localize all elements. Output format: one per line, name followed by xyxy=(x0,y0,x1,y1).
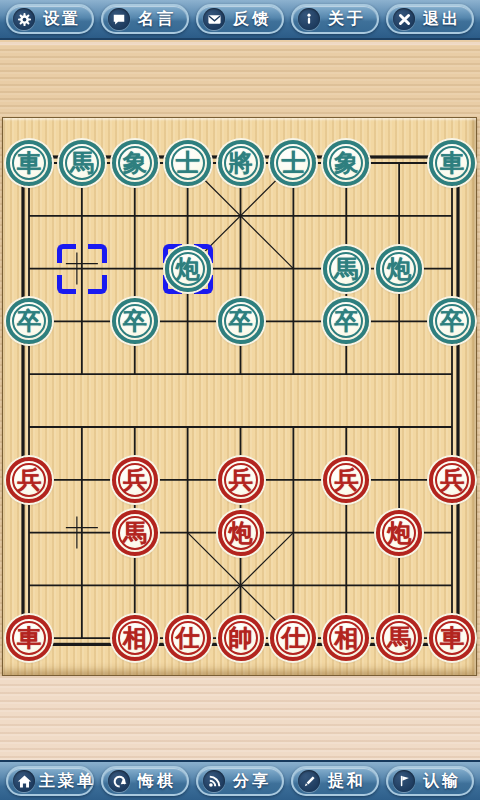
piece-face: 炮 xyxy=(382,252,416,286)
piece-glyph: 炮 xyxy=(387,257,411,281)
piece-glyph: 士 xyxy=(176,151,200,175)
piece-face: 卒 xyxy=(12,304,46,338)
last-move-marker xyxy=(57,244,107,294)
topbar-button-about[interactable]: 关于 xyxy=(291,4,379,34)
piece-glyph: 士 xyxy=(281,151,305,175)
piece-glyph: 兵 xyxy=(440,468,464,492)
topbar-button-quotes[interactable]: 名言 xyxy=(101,4,189,34)
piece-face: 士 xyxy=(171,146,205,180)
piece-red-soldier[interactable]: 兵 xyxy=(218,457,264,503)
piece-glyph: 卒 xyxy=(440,309,464,333)
gear-icon xyxy=(13,8,35,30)
piece-glyph: 車 xyxy=(17,151,41,175)
bottombar-button-label: 提和 xyxy=(328,771,366,792)
piece-glyph: 馬 xyxy=(334,257,358,281)
piece-face: 馬 xyxy=(329,252,363,286)
piece-face: 仕 xyxy=(276,621,310,655)
topbar-button-feedback[interactable]: 反馈 xyxy=(196,4,284,34)
piece-face: 將 xyxy=(224,146,258,180)
piece-face: 卒 xyxy=(118,304,152,338)
piece-black-advisor[interactable]: 士 xyxy=(165,140,211,186)
piece-glyph: 仕 xyxy=(176,626,200,650)
piece-face: 兵 xyxy=(118,463,152,497)
piece-face: 象 xyxy=(329,146,363,180)
piece-black-chariot[interactable]: 車 xyxy=(6,140,52,186)
piece-glyph: 車 xyxy=(17,626,41,650)
bottombar-button-share[interactable]: 分享 xyxy=(196,766,284,796)
piece-red-advisor[interactable]: 仕 xyxy=(165,615,211,661)
piece-red-soldier[interactable]: 兵 xyxy=(112,457,158,503)
piece-face: 車 xyxy=(12,146,46,180)
topbar-button-exit[interactable]: 退出 xyxy=(386,4,474,34)
piece-glyph: 仕 xyxy=(281,626,305,650)
bottombar-button-label: 分享 xyxy=(233,771,271,792)
topbar-button-label: 设置 xyxy=(43,9,81,30)
piece-black-elephant[interactable]: 象 xyxy=(112,140,158,186)
share-rss-icon xyxy=(203,770,225,792)
piece-face: 兵 xyxy=(12,463,46,497)
piece-face: 仕 xyxy=(171,621,205,655)
piece-black-horse[interactable]: 馬 xyxy=(59,140,105,186)
piece-face: 士 xyxy=(276,146,310,180)
piece-glyph: 象 xyxy=(334,151,358,175)
piece-glyph: 帥 xyxy=(229,626,253,650)
piece-red-general[interactable]: 帥 xyxy=(218,615,264,661)
piece-glyph: 馬 xyxy=(123,521,147,545)
topbar-button-label: 关于 xyxy=(328,9,366,30)
pencil-icon xyxy=(298,770,320,792)
piece-glyph: 兵 xyxy=(123,468,147,492)
piece-red-elephant[interactable]: 相 xyxy=(112,615,158,661)
piece-face: 炮 xyxy=(171,252,205,286)
piece-red-soldier[interactable]: 兵 xyxy=(323,457,369,503)
flag-icon xyxy=(393,770,415,792)
piece-glyph: 兵 xyxy=(17,468,41,492)
piece-red-chariot[interactable]: 車 xyxy=(429,615,475,661)
piece-red-soldier[interactable]: 兵 xyxy=(429,457,475,503)
bottombar-button-main-menu[interactable]: 主菜单 xyxy=(6,766,94,796)
piece-face: 兵 xyxy=(224,463,258,497)
piece-face: 車 xyxy=(12,621,46,655)
bottombar-button-undo-move[interactable]: 悔棋 xyxy=(101,766,189,796)
piece-glyph: 炮 xyxy=(176,257,200,281)
topbar-button-label: 反馈 xyxy=(233,9,271,30)
piece-red-chariot[interactable]: 車 xyxy=(6,615,52,661)
piece-glyph: 車 xyxy=(440,626,464,650)
piece-glyph: 卒 xyxy=(334,309,358,333)
piece-face: 車 xyxy=(435,146,469,180)
piece-face: 卒 xyxy=(435,304,469,338)
piece-black-cannon[interactable]: 炮 xyxy=(376,246,422,292)
close-icon xyxy=(393,8,415,30)
piece-red-cannon[interactable]: 炮 xyxy=(376,510,422,556)
piece-glyph: 炮 xyxy=(229,521,253,545)
piece-glyph: 卒 xyxy=(229,309,253,333)
piece-face: 象 xyxy=(118,146,152,180)
bottombar-button-label: 认输 xyxy=(423,771,461,792)
piece-face: 車 xyxy=(435,621,469,655)
piece-black-soldier[interactable]: 卒 xyxy=(112,298,158,344)
piece-glyph: 卒 xyxy=(123,309,147,333)
piece-black-horse[interactable]: 馬 xyxy=(323,246,369,292)
undo-icon xyxy=(108,770,130,792)
piece-face: 相 xyxy=(118,621,152,655)
piece-face: 炮 xyxy=(224,516,258,550)
piece-glyph: 將 xyxy=(229,151,253,175)
home-icon xyxy=(13,770,35,792)
bottom-toolbar: 主菜单悔棋分享提和认输 xyxy=(0,760,480,800)
piece-face: 馬 xyxy=(118,516,152,550)
lower-wood-background xyxy=(0,676,480,760)
piece-glyph: 車 xyxy=(440,151,464,175)
bottombar-button-label: 主菜单 xyxy=(39,771,96,792)
top-toolbar: 设置名言反馈关于退出 xyxy=(0,0,480,40)
piece-red-cannon[interactable]: 炮 xyxy=(218,510,264,556)
piece-black-general[interactable]: 將 xyxy=(218,140,264,186)
piece-glyph: 馬 xyxy=(387,626,411,650)
info-icon xyxy=(298,8,320,30)
topbar-button-label: 名言 xyxy=(138,9,176,30)
piece-face: 卒 xyxy=(329,304,363,338)
piece-black-chariot[interactable]: 車 xyxy=(429,140,475,186)
piece-face: 兵 xyxy=(329,463,363,497)
piece-red-soldier[interactable]: 兵 xyxy=(6,457,52,503)
piece-face: 相 xyxy=(329,621,363,655)
piece-face: 卒 xyxy=(224,304,258,338)
piece-black-soldier[interactable]: 卒 xyxy=(218,298,264,344)
toolbar-shadow-strip xyxy=(0,42,480,45)
piece-glyph: 相 xyxy=(334,626,358,650)
topbar-button-settings[interactable]: 设置 xyxy=(6,4,94,34)
piece-face: 炮 xyxy=(382,516,416,550)
piece-red-horse[interactable]: 馬 xyxy=(376,615,422,661)
topbar-button-label: 退出 xyxy=(423,9,461,30)
piece-glyph: 炮 xyxy=(387,521,411,545)
bottombar-button-resign[interactable]: 认输 xyxy=(386,766,474,796)
piece-face: 馬 xyxy=(382,621,416,655)
bottombar-button-label: 悔棋 xyxy=(138,771,176,792)
xiangqi-board[interactable]: 車馬象士將士象車炮馬炮卒卒卒卒卒兵兵兵兵兵馬炮炮車相仕帥仕相馬車 xyxy=(2,117,477,676)
piece-glyph: 兵 xyxy=(334,468,358,492)
board-grid xyxy=(3,118,478,677)
speech-bubble-icon xyxy=(108,8,130,30)
bottombar-button-offer-draw[interactable]: 提和 xyxy=(291,766,379,796)
piece-black-cannon[interactable]: 炮 xyxy=(165,246,211,292)
piece-glyph: 兵 xyxy=(229,468,253,492)
piece-glyph: 馬 xyxy=(70,151,94,175)
piece-face: 帥 xyxy=(224,621,258,655)
piece-face: 馬 xyxy=(65,146,99,180)
piece-glyph: 象 xyxy=(123,151,147,175)
piece-glyph: 卒 xyxy=(17,309,41,333)
piece-red-horse[interactable]: 馬 xyxy=(112,510,158,556)
piece-glyph: 相 xyxy=(123,626,147,650)
piece-face: 兵 xyxy=(435,463,469,497)
piece-black-elephant[interactable]: 象 xyxy=(323,140,369,186)
envelope-icon xyxy=(203,8,225,30)
